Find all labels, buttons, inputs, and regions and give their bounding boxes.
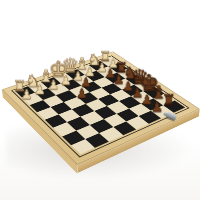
product-photo: ♜♟♜♞♛♚♝♜♞♟♟♟♟♟♟♟♝♟♛♟♟♚♟♟♝♟♞♟♜♟	[0, 0, 200, 200]
black-rook[interactable]: ♜	[162, 93, 176, 108]
square-r5c8[interactable]	[113, 121, 136, 135]
white-pawn[interactable]: ♟	[21, 88, 33, 101]
black-pawn[interactable]: ♟	[151, 100, 163, 114]
white-pawn[interactable]: ♟	[48, 78, 59, 91]
white-pawn[interactable]: ♟	[60, 74, 71, 87]
square-r5c4[interactable]: ♟	[77, 92, 98, 104]
black-pawn[interactable]: ♟	[76, 87, 88, 100]
white-pawn[interactable]: ♟	[34, 83, 46, 96]
